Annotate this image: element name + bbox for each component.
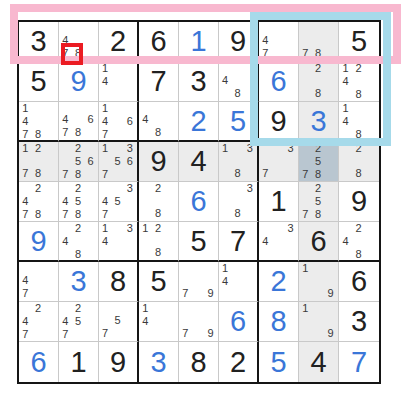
cell-r5c2[interactable]: 24578 (59, 182, 99, 222)
candidate-grid: 247 (19, 302, 57, 340)
cell-r9c6[interactable]: 2 (219, 342, 259, 382)
candidate-7: 7 (99, 168, 111, 181)
candidate-4: 4 (19, 315, 32, 328)
cell-value-solved: 6 (190, 187, 206, 216)
candidate-grid: 2457 (59, 302, 97, 340)
candidate-grid: 57 (99, 302, 136, 340)
cell-r4c3[interactable]: 13567 (99, 142, 139, 182)
cell-r3c1[interactable]: 1478 (19, 102, 59, 142)
cell-r4c4[interactable]: 9 (139, 142, 179, 182)
candidate-1: 1 (19, 102, 32, 115)
cell-r8c5[interactable]: 79 (179, 302, 219, 342)
candidate-4: 4 (19, 195, 32, 208)
cell-value-solved: 2 (270, 267, 286, 296)
cell-r7c6[interactable]: 14 (219, 262, 259, 302)
candidate-grid: 47 (19, 262, 57, 300)
candidate-1: 1 (219, 142, 231, 155)
candidate-8: 8 (72, 168, 85, 181)
candidate-3: 3 (124, 222, 136, 235)
candidate-7: 7 (99, 128, 111, 141)
candidate-7: 7 (179, 287, 192, 300)
candidate-grid: 25678 (59, 142, 97, 180)
candidate-grid: 38 (219, 182, 256, 220)
cell-value-given: 1 (70, 348, 86, 377)
cell-r8c9[interactable]: 3 (339, 302, 379, 342)
candidate-5: 5 (312, 195, 325, 208)
candidate-7: 7 (299, 168, 312, 181)
candidate-grid: 14 (99, 62, 136, 100)
candidate-2: 2 (152, 182, 165, 195)
candidate-5: 5 (72, 155, 85, 168)
candidate-4: 4 (99, 75, 111, 88)
candidate-2: 2 (312, 182, 325, 195)
candidate-9: 9 (204, 287, 217, 300)
candidate-7: 7 (259, 167, 272, 180)
candidate-7: 7 (19, 287, 32, 300)
candidate-2: 2 (352, 222, 365, 235)
candidate-grid: 3457 (99, 182, 136, 220)
cell-r5c8[interactable]: 2578 (299, 182, 339, 222)
candidate-8: 8 (32, 167, 45, 180)
cell-value-given: 6 (310, 227, 326, 256)
cell-r8c6[interactable]: 6 (219, 302, 259, 342)
candidate-4: 4 (99, 235, 111, 248)
candidate-2: 2 (72, 142, 85, 155)
candidate-9: 9 (204, 327, 217, 340)
candidate-1: 1 (99, 222, 111, 235)
candidate-6: 6 (84, 155, 97, 168)
cell-r7c1[interactable]: 47 (19, 262, 59, 302)
candidate-5: 5 (111, 195, 123, 208)
candidate-4: 4 (99, 115, 111, 128)
cell-r2c4[interactable]: 7 (139, 62, 179, 102)
candidate-7: 7 (59, 328, 72, 341)
candidate-1: 1 (219, 262, 231, 275)
candidate-6: 6 (124, 155, 136, 168)
candidate-2: 2 (32, 182, 45, 195)
candidate-grid: 1278 (19, 142, 57, 180)
candidate-grid: 13567 (99, 142, 136, 180)
cell-r3c5[interactable]: 2 (179, 102, 219, 142)
candidate-4: 4 (59, 315, 72, 328)
cell-r4c6[interactable]: 138 (219, 142, 259, 182)
candidate-grid: 2578 (299, 142, 337, 180)
cell-value-given: 7 (230, 227, 246, 256)
candidate-5: 5 (312, 155, 325, 168)
cell-r4c1[interactable]: 1278 (19, 142, 59, 182)
candidate-8: 8 (231, 167, 243, 180)
candidate-3: 3 (284, 222, 297, 235)
sudoku-app: { "game": "sudoku", "position": { "curre… (0, 0, 403, 407)
cell-value-given: 2 (230, 348, 246, 377)
candidate-7: 7 (99, 327, 111, 340)
candidate-grid: 24578 (59, 182, 97, 220)
cell-value-solved: 3 (150, 348, 166, 377)
cell-r7c7[interactable]: 2 (259, 262, 299, 302)
candidate-grid: 4678 (59, 102, 97, 139)
candidate-1: 1 (99, 142, 111, 155)
cell-r2c1[interactable]: 5 (19, 62, 59, 102)
candidate-7: 7 (179, 327, 192, 340)
cell-r9c2[interactable]: 1 (59, 342, 99, 382)
candidate-4: 4 (99, 195, 111, 208)
cell-r8c1[interactable]: 247 (19, 302, 59, 342)
candidate-4: 4 (59, 195, 72, 208)
candidate-3: 3 (124, 142, 136, 155)
cell-value-solved: 5 (230, 107, 246, 136)
candidate-7: 7 (99, 208, 111, 221)
candidate-7: 7 (19, 167, 32, 180)
cell-value-solved: 5 (270, 348, 286, 377)
cell-r2c2[interactable]: 9 (59, 62, 99, 102)
cell-r9c8[interactable]: 4 (299, 342, 339, 382)
puzzle-area: 3478261947785591473486281248147846781467… (0, 0, 403, 407)
candidate-8: 8 (231, 207, 243, 220)
candidate-3: 3 (124, 182, 136, 195)
cell-r6c2[interactable]: 248 (59, 222, 99, 262)
candidate-6: 6 (124, 115, 136, 128)
cell-r2c5[interactable]: 3 (179, 62, 219, 102)
candidate-4: 4 (59, 113, 72, 126)
cell-r3c2[interactable]: 4678 (59, 102, 99, 142)
cell-r8c3[interactable]: 57 (99, 302, 139, 342)
cell-r6c8[interactable]: 6 (299, 222, 339, 262)
candidate-8: 8 (152, 126, 165, 139)
cell-value-given: 3 (351, 307, 367, 336)
candidate-grid: 128 (139, 222, 177, 259)
candidate-2: 2 (72, 222, 85, 235)
candidate-grid: 28 (139, 182, 177, 220)
candidate-1: 1 (299, 302, 312, 315)
cell-r5c3[interactable]: 3457 (99, 182, 139, 222)
cell-value-given: 9 (150, 147, 166, 176)
candidate-8: 8 (352, 248, 365, 261)
cell-r6c1[interactable]: 9 (19, 222, 59, 262)
cell-value-given: 3 (190, 67, 206, 96)
candidate-7: 7 (59, 168, 72, 181)
candidate-4: 4 (219, 275, 231, 288)
cell-r7c5[interactable]: 79 (179, 262, 219, 302)
cell-value-solved: 2 (190, 107, 206, 136)
candidate-8: 8 (72, 208, 85, 221)
candidate-1: 1 (299, 262, 312, 275)
candidate-5: 5 (72, 195, 85, 208)
candidate-4: 4 (19, 274, 32, 287)
cell-r4c8[interactable]: 2578 (299, 142, 339, 182)
candidate-2: 2 (32, 142, 45, 155)
cell-value-given: 7 (150, 67, 166, 96)
cell-r6c4[interactable]: 128 (139, 222, 179, 262)
cell-value-given: 8 (110, 267, 126, 296)
candidate-grid: 248 (59, 222, 97, 259)
cell-value-given: 5 (190, 227, 206, 256)
candidate-5: 5 (111, 155, 123, 168)
cell-r5c1[interactable]: 2478 (19, 182, 59, 222)
cell-r3c4[interactable]: 48 (139, 102, 179, 142)
cell-r4c2[interactable]: 25678 (59, 142, 99, 182)
candidate-2: 2 (72, 302, 85, 315)
cell-r9c1[interactable]: 6 (19, 342, 59, 382)
candidate-grid: 14 (219, 262, 256, 300)
candidate-grid: 138 (219, 142, 256, 180)
candidate-2: 2 (32, 302, 45, 315)
candidate-6: 6 (84, 113, 97, 126)
cell-value-solved: 8 (270, 307, 286, 336)
cell-value-given: 1 (270, 187, 286, 216)
cell-value-given: 5 (30, 67, 46, 96)
candidate-grid: 248 (339, 222, 378, 259)
cell-r6c3[interactable]: 134 (99, 222, 139, 262)
cell-value-given: 6 (351, 267, 367, 296)
cell-r2c3[interactable]: 14 (99, 62, 139, 102)
candidate-8: 8 (152, 246, 165, 259)
cell-r5c4[interactable]: 28 (139, 182, 179, 222)
candidate-grid: 79 (179, 302, 217, 340)
candidate-8: 8 (352, 167, 365, 180)
cell-r5c5[interactable]: 6 (179, 182, 219, 222)
candidate-8: 8 (72, 248, 85, 261)
candidate-grid: 34 (259, 222, 297, 259)
candidate-grid: 19 (299, 302, 337, 340)
cell-r9c3[interactable]: 9 (99, 342, 139, 382)
candidate-4: 4 (139, 113, 152, 126)
candidate-7: 7 (59, 126, 72, 139)
candidate-4: 4 (259, 235, 272, 248)
cell-value-solved: 3 (70, 267, 86, 296)
candidate-8: 8 (312, 168, 325, 181)
cell-r4c5[interactable]: 4 (179, 142, 219, 182)
cell-r5c7[interactable]: 1 (259, 182, 299, 222)
candidate-7: 7 (299, 208, 312, 221)
candidate-2: 2 (72, 182, 85, 195)
candidate-9: 9 (324, 287, 337, 300)
candidate-grid: 2478 (19, 182, 57, 220)
cell-r6c6[interactable]: 7 (219, 222, 259, 262)
cell-value-given: 9 (351, 187, 367, 216)
cell-value-given: 4 (310, 348, 326, 377)
candidate-2: 2 (152, 222, 165, 235)
candidate-4: 4 (219, 74, 231, 87)
candidate-grid: 1478 (19, 102, 57, 139)
cell-r9c9[interactable]: 7 (339, 342, 379, 382)
cell-r5c9[interactable]: 9 (339, 182, 379, 222)
candidate-8: 8 (231, 87, 243, 100)
cell-r9c7[interactable]: 5 (259, 342, 299, 382)
cell-r7c9[interactable]: 6 (339, 262, 379, 302)
cell-r7c8[interactable]: 19 (299, 262, 339, 302)
cell-r8c2[interactable]: 2457 (59, 302, 99, 342)
cell-value-solved: 9 (70, 67, 86, 96)
cell-r6c9[interactable]: 248 (339, 222, 379, 262)
candidate-7: 7 (59, 208, 72, 221)
cell-value-solved: 9 (30, 227, 46, 256)
cell-value-given: 8 (190, 348, 206, 377)
candidate-grid: 48 (139, 102, 177, 139)
cell-value-solved: 6 (230, 307, 246, 336)
candidate-4: 4 (19, 115, 32, 128)
candidate-8: 8 (32, 128, 45, 141)
candidate-5: 5 (111, 314, 123, 327)
cell-value-solved: 6 (30, 348, 46, 377)
cell-value-solved: 7 (351, 348, 367, 377)
candidate-4: 4 (59, 235, 72, 248)
candidate-8: 8 (152, 207, 165, 220)
candidate-7: 7 (19, 328, 32, 341)
candidate-7: 7 (19, 128, 32, 141)
cell-r8c8[interactable]: 19 (299, 302, 339, 342)
candidate-1: 1 (99, 102, 111, 115)
candidate-grid: 19 (299, 262, 337, 300)
cell-value-given: 5 (150, 267, 166, 296)
cell-r4c9[interactable]: 28 (339, 142, 379, 182)
cell-r3c3[interactable]: 1467 (99, 102, 139, 142)
cell-r9c4[interactable]: 3 (139, 342, 179, 382)
cell-r7c2[interactable]: 3 (59, 262, 99, 302)
candidate-grid: 28 (339, 142, 378, 180)
candidate-grid: 2578 (299, 182, 337, 220)
candidate-8: 8 (312, 208, 325, 221)
candidate-grid: 37 (259, 142, 297, 180)
candidate-5: 5 (72, 315, 85, 328)
cell-r9c5[interactable]: 8 (179, 342, 219, 382)
cell-r8c7[interactable]: 8 (259, 302, 299, 342)
cell-r5c6[interactable]: 38 (219, 182, 259, 222)
cell-r8c4[interactable]: 14 (139, 302, 179, 342)
cell-r7c4[interactable]: 5 (139, 262, 179, 302)
candidate-grid: 134 (99, 222, 136, 259)
candidate-1: 1 (139, 222, 152, 235)
candidate-grid: 1467 (99, 102, 136, 139)
candidate-8: 8 (32, 208, 45, 221)
candidate-8: 8 (72, 126, 85, 139)
candidate-7: 7 (19, 208, 32, 221)
hint-candidate-marker (61, 43, 83, 65)
cell-r6c5[interactable]: 5 (179, 222, 219, 262)
candidate-1: 1 (19, 142, 32, 155)
candidate-4: 4 (339, 235, 352, 248)
cell-r7c3[interactable]: 8 (99, 262, 139, 302)
cell-r6c7[interactable]: 34 (259, 222, 299, 262)
candidate-9: 9 (324, 327, 337, 340)
candidate-grid: 79 (179, 262, 217, 300)
cell-value-given: 4 (190, 147, 206, 176)
hint-box-frame (250, 12, 391, 146)
candidate-3: 3 (244, 182, 256, 195)
candidate-grid: 14 (139, 302, 177, 340)
cell-r4c7[interactable]: 37 (259, 142, 299, 182)
cell-value-given: 9 (110, 348, 126, 377)
candidate-1: 1 (139, 302, 152, 315)
candidate-4: 4 (139, 315, 152, 328)
